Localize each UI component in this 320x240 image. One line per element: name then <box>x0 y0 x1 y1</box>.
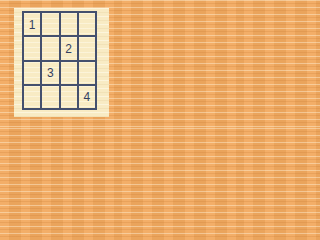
grid-cell-r2c2[interactable] <box>42 37 58 59</box>
grid-cell-r3c4[interactable] <box>79 62 95 84</box>
grid-cell-r1c1[interactable]: 1 <box>24 13 40 35</box>
grid-cell-r4c1[interactable] <box>24 86 40 108</box>
grid-cell-r2c3[interactable]: 2 <box>61 37 77 59</box>
cell-value: 1 <box>29 18 36 31</box>
grid-cell-r4c4[interactable]: 4 <box>79 86 95 108</box>
cell-value: 2 <box>65 42 72 55</box>
grid-cell-r1c3[interactable] <box>61 13 77 35</box>
grid-cell-r3c3[interactable] <box>61 62 77 84</box>
grid-cell-r1c2[interactable] <box>42 13 58 35</box>
grid-cell-r2c1[interactable] <box>24 37 40 59</box>
grid-cell-r3c2[interactable]: 3 <box>42 62 58 84</box>
grid-cell-r3c1[interactable] <box>24 62 40 84</box>
background: { "game": "mini-sudoku-4x4", "position":… <box>0 0 122 128</box>
puzzle-grid: 1234 <box>22 11 97 110</box>
grid-cell-r2c4[interactable] <box>79 37 95 59</box>
cell-value: 3 <box>47 66 54 79</box>
grid-cell-r4c3[interactable] <box>61 86 77 108</box>
grid-cell-r1c4[interactable] <box>79 13 95 35</box>
cell-value: 4 <box>84 90 91 103</box>
grid-cell-r4c2[interactable] <box>42 86 58 108</box>
